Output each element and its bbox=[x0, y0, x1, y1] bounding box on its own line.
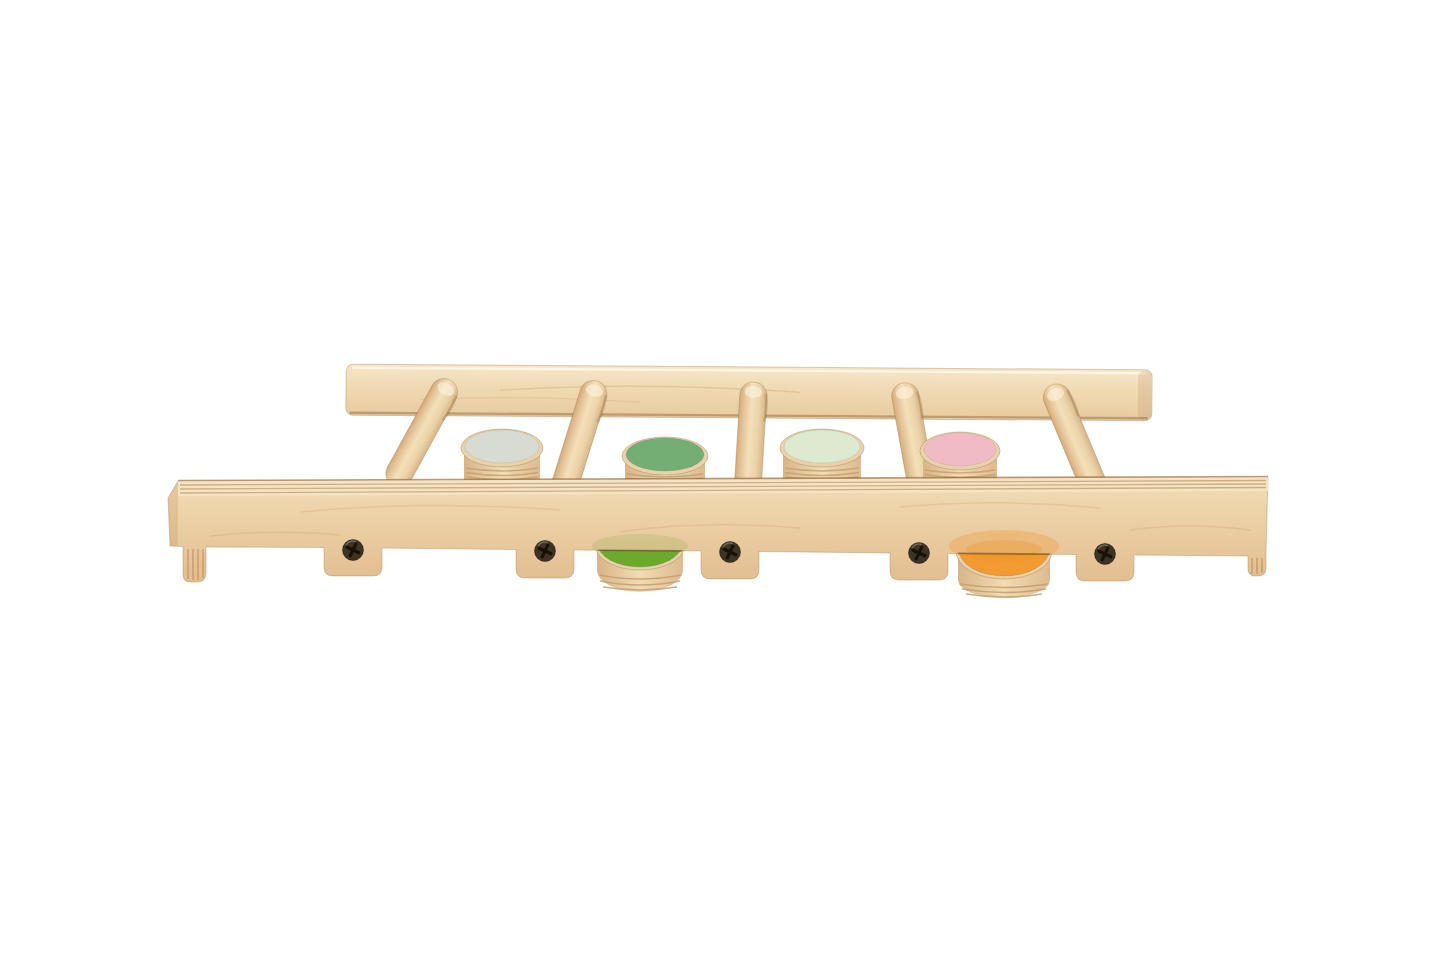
disc-top-grey bbox=[465, 430, 539, 463]
upper-disc-mint bbox=[780, 429, 864, 484]
upper-disc-sage bbox=[622, 437, 708, 485]
screw-1 bbox=[343, 540, 364, 561]
upper-disc-pink bbox=[920, 432, 1000, 483]
product-photo: Natural wood toy rack with painted discs bbox=[0, 0, 1445, 964]
disc-top-pink bbox=[924, 433, 996, 466]
front-rail bbox=[168, 477, 1268, 583]
disc-top-mint bbox=[784, 430, 860, 463]
screw-2 bbox=[535, 541, 556, 562]
disc-top-sage bbox=[626, 438, 704, 471]
screw-4 bbox=[909, 543, 930, 564]
screw-5 bbox=[1095, 544, 1116, 565]
upper-disc-grey bbox=[461, 429, 543, 484]
screw-3 bbox=[720, 542, 741, 563]
